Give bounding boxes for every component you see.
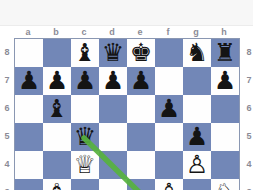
square-a8[interactable]	[15, 39, 43, 67]
square-b3[interactable]: ♗	[43, 179, 71, 190]
file-label-e: e	[126, 27, 154, 37]
black-pawn-e7[interactable]: ♟	[130, 67, 152, 95]
square-h5[interactable]	[211, 123, 239, 151]
square-h6[interactable]	[211, 95, 239, 123]
white-pawn-g4[interactable]: ♙	[186, 151, 208, 179]
square-g4[interactable]: ♙	[183, 151, 211, 179]
square-h3[interactable]: ♘	[211, 179, 239, 190]
black-pawn-d7[interactable]: ♟	[102, 67, 124, 95]
square-e5[interactable]	[127, 123, 155, 151]
square-f7[interactable]	[155, 67, 183, 95]
square-d6[interactable]	[99, 95, 127, 123]
white-queen-c4[interactable]: ♕	[74, 151, 96, 179]
square-g8[interactable]: ♞	[183, 39, 211, 67]
white-bishop-b3[interactable]: ♗	[46, 179, 68, 190]
square-d4[interactable]	[99, 151, 127, 179]
square-c6[interactable]	[71, 95, 99, 123]
file-label-d: d	[98, 27, 126, 37]
square-c4[interactable]: ♕	[71, 151, 99, 179]
black-queen-c5[interactable]: ♛	[74, 123, 96, 151]
square-c8[interactable]: ♝	[71, 39, 99, 67]
rank-label-left-7: 7	[1, 75, 13, 85]
square-e3[interactable]	[127, 179, 155, 190]
black-bishop-b6[interactable]: ♝	[46, 95, 68, 123]
square-g3[interactable]	[183, 179, 211, 190]
black-rook-h8[interactable]: ♜	[214, 39, 236, 67]
rank-label-right-7: 7	[243, 75, 253, 85]
square-a3[interactable]	[15, 179, 43, 190]
square-b6[interactable]: ♝	[43, 95, 71, 123]
square-c3[interactable]	[71, 179, 99, 190]
square-h8[interactable]: ♜	[211, 39, 239, 67]
square-b7[interactable]: ♟	[43, 67, 71, 95]
black-pawn-b7[interactable]: ♟	[46, 67, 68, 95]
square-g5[interactable]: ♟	[183, 123, 211, 151]
black-knight-g8[interactable]: ♞	[186, 39, 208, 67]
black-king-e8[interactable]: ♚	[130, 39, 152, 67]
file-label-a: a	[14, 27, 42, 37]
rank-label-left-3: 3	[1, 187, 13, 190]
square-f6[interactable]: ♟	[155, 95, 183, 123]
rank-label-left-5: 5	[1, 131, 13, 141]
square-f5[interactable]	[155, 123, 183, 151]
square-c7[interactable]: ♟	[71, 67, 99, 95]
black-queen-d8[interactable]: ♛	[102, 39, 124, 67]
square-d3[interactable]	[99, 179, 127, 190]
square-d8[interactable]: ♛	[99, 39, 127, 67]
square-c5[interactable]: ♛	[71, 123, 99, 151]
rank-label-right-3: 3	[243, 187, 253, 190]
file-label-f: f	[154, 27, 182, 37]
square-b5[interactable]	[43, 123, 71, 151]
black-bishop-c8[interactable]: ♝	[74, 39, 96, 67]
square-f3[interactable]: ♙	[155, 179, 183, 190]
square-a6[interactable]	[15, 95, 43, 123]
square-d5[interactable]	[99, 123, 127, 151]
square-e4[interactable]	[127, 151, 155, 179]
rank-label-left-6: 6	[1, 103, 13, 113]
rank-label-left-8: 8	[1, 47, 13, 57]
file-label-h: h	[210, 27, 238, 37]
square-f8[interactable]	[155, 39, 183, 67]
square-a7[interactable]: ♟	[15, 67, 43, 95]
square-g6[interactable]	[183, 95, 211, 123]
square-f4[interactable]	[155, 151, 183, 179]
file-label-g: g	[182, 27, 210, 37]
square-h4[interactable]	[211, 151, 239, 179]
file-label-c: c	[70, 27, 98, 37]
rank-label-right-5: 5	[243, 131, 253, 141]
rank-label-right-6: 6	[243, 103, 253, 113]
square-e6[interactable]	[127, 95, 155, 123]
square-d7[interactable]: ♟	[99, 67, 127, 95]
black-pawn-g5[interactable]: ♟	[186, 123, 208, 151]
black-pawn-c7[interactable]: ♟	[74, 67, 96, 95]
square-b8[interactable]	[43, 39, 71, 67]
square-b4[interactable]	[43, 151, 71, 179]
white-pawn-f3[interactable]: ♙	[158, 179, 180, 190]
square-a4[interactable]	[15, 151, 43, 179]
black-pawn-a7[interactable]: ♟	[18, 67, 40, 95]
rank-label-right-8: 8	[243, 47, 253, 57]
square-h7[interactable]: ♟	[211, 67, 239, 95]
white-knight-h3[interactable]: ♘	[214, 179, 236, 190]
square-e8[interactable]: ♚	[127, 39, 155, 67]
black-pawn-f6[interactable]: ♟	[158, 95, 180, 123]
rank-label-left-4: 4	[1, 159, 13, 169]
top-margin-band	[0, 0, 253, 26]
chess-board[interactable]: ♝♛♚♞♜♟♟♟♟♟♟♝♟♛♟♕♙♗♙♘	[14, 38, 240, 190]
rank-label-right-4: 4	[243, 159, 253, 169]
black-pawn-h7[interactable]: ♟	[214, 67, 236, 95]
square-e7[interactable]: ♟	[127, 67, 155, 95]
file-label-b: b	[42, 27, 70, 37]
square-a5[interactable]	[15, 123, 43, 151]
square-g7[interactable]	[183, 67, 211, 95]
